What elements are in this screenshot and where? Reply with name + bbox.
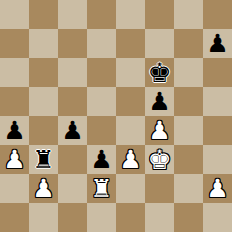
- square-f8[interactable]: [145, 0, 174, 29]
- square-b7[interactable]: [29, 29, 58, 58]
- square-g3[interactable]: [174, 145, 203, 174]
- square-c7[interactable]: [58, 29, 87, 58]
- square-d5[interactable]: [87, 87, 116, 116]
- square-e6[interactable]: [116, 58, 145, 87]
- square-f7[interactable]: [145, 29, 174, 58]
- black-pawn[interactable]: ♟: [3, 116, 25, 145]
- square-e1[interactable]: [116, 203, 145, 232]
- square-h4[interactable]: [203, 116, 232, 145]
- square-h7[interactable]: ♟: [203, 29, 232, 58]
- square-c4[interactable]: ♟: [58, 116, 87, 145]
- white-pawn[interactable]: ♟: [148, 116, 170, 145]
- square-g6[interactable]: [174, 58, 203, 87]
- square-d1[interactable]: [87, 203, 116, 232]
- square-b1[interactable]: [29, 203, 58, 232]
- square-f6[interactable]: ♚: [145, 58, 174, 87]
- square-h3[interactable]: [203, 145, 232, 174]
- square-a3[interactable]: ♟: [0, 145, 29, 174]
- square-f5[interactable]: ♟: [145, 87, 174, 116]
- square-c6[interactable]: [58, 58, 87, 87]
- white-king[interactable]: ♚: [147, 145, 171, 174]
- square-b8[interactable]: [29, 0, 58, 29]
- square-h6[interactable]: [203, 58, 232, 87]
- square-b2[interactable]: ♟: [29, 174, 58, 203]
- black-pawn[interactable]: ♟: [61, 116, 83, 145]
- square-a4[interactable]: ♟: [0, 116, 29, 145]
- square-e5[interactable]: [116, 87, 145, 116]
- white-pawn[interactable]: ♟: [206, 174, 228, 203]
- square-a1[interactable]: [0, 203, 29, 232]
- square-g7[interactable]: [174, 29, 203, 58]
- square-c2[interactable]: [58, 174, 87, 203]
- square-c1[interactable]: [58, 203, 87, 232]
- square-a8[interactable]: [0, 0, 29, 29]
- square-h1[interactable]: [203, 203, 232, 232]
- black-king[interactable]: ♚: [147, 58, 171, 87]
- square-a6[interactable]: [0, 58, 29, 87]
- square-g4[interactable]: [174, 116, 203, 145]
- square-b4[interactable]: [29, 116, 58, 145]
- square-c8[interactable]: [58, 0, 87, 29]
- square-h8[interactable]: [203, 0, 232, 29]
- square-h2[interactable]: ♟: [203, 174, 232, 203]
- square-e7[interactable]: [116, 29, 145, 58]
- square-f3[interactable]: ♚: [145, 145, 174, 174]
- chess-board: ♟♚♟♟♟♟♟♜♟♟♚♟♜♟: [0, 0, 232, 232]
- square-b3[interactable]: ♜: [29, 145, 58, 174]
- white-pawn[interactable]: ♟: [3, 145, 25, 174]
- square-g2[interactable]: [174, 174, 203, 203]
- square-a2[interactable]: [0, 174, 29, 203]
- square-b6[interactable]: [29, 58, 58, 87]
- square-a5[interactable]: [0, 87, 29, 116]
- square-c3[interactable]: [58, 145, 87, 174]
- square-a7[interactable]: [0, 29, 29, 58]
- square-f2[interactable]: [145, 174, 174, 203]
- white-pawn[interactable]: ♟: [32, 174, 54, 203]
- square-g8[interactable]: [174, 0, 203, 29]
- square-b5[interactable]: [29, 87, 58, 116]
- white-pawn[interactable]: ♟: [119, 145, 141, 174]
- square-e4[interactable]: [116, 116, 145, 145]
- square-c5[interactable]: [58, 87, 87, 116]
- square-e8[interactable]: [116, 0, 145, 29]
- square-g1[interactable]: [174, 203, 203, 232]
- square-d2[interactable]: ♜: [87, 174, 116, 203]
- square-d7[interactable]: [87, 29, 116, 58]
- square-e3[interactable]: ♟: [116, 145, 145, 174]
- square-h5[interactable]: [203, 87, 232, 116]
- square-d4[interactable]: [87, 116, 116, 145]
- square-d3[interactable]: ♟: [87, 145, 116, 174]
- black-pawn[interactable]: ♟: [148, 87, 170, 116]
- square-e2[interactable]: [116, 174, 145, 203]
- square-g5[interactable]: [174, 87, 203, 116]
- square-f1[interactable]: [145, 203, 174, 232]
- white-rook[interactable]: ♜: [90, 174, 112, 203]
- square-f4[interactable]: ♟: [145, 116, 174, 145]
- black-pawn[interactable]: ♟: [90, 145, 112, 174]
- square-d8[interactable]: [87, 0, 116, 29]
- black-rook[interactable]: ♜: [32, 145, 54, 174]
- square-d6[interactable]: [87, 58, 116, 87]
- black-pawn[interactable]: ♟: [206, 29, 228, 58]
